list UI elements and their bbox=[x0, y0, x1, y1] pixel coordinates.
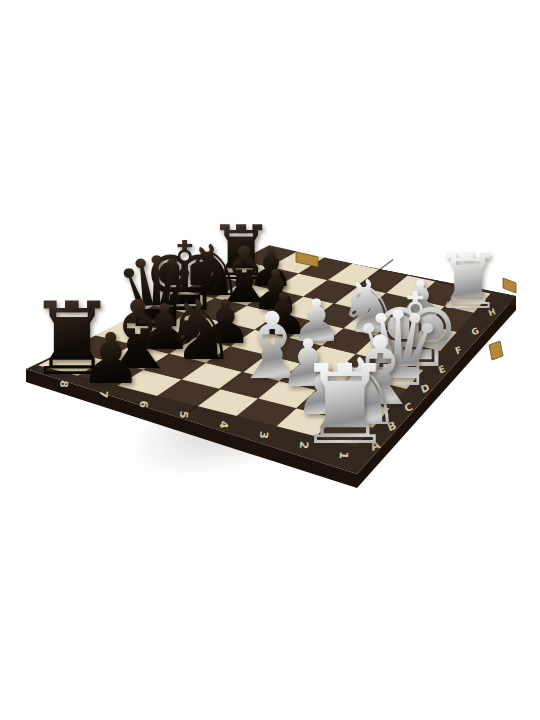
hinge-icon-right-corner bbox=[503, 278, 516, 293]
rank-label-7: 7 bbox=[98, 390, 111, 399]
chess-set-photo: 12345678ABCDEFGH ♜♟♞♝♜♟♚♟♛♞♟♟♟♟♞♚♝♜♝♟♛♟♝… bbox=[0, 0, 540, 720]
rank-label-3: 3 bbox=[257, 430, 271, 439]
rank-label-8: 8 bbox=[58, 380, 71, 389]
rank-label-5: 5 bbox=[177, 410, 191, 419]
rank-label-6: 6 bbox=[137, 400, 151, 409]
clasp-icon-right-side bbox=[489, 341, 503, 360]
chess-board: 12345678ABCDEFGH bbox=[0, 0, 540, 720]
rank-label-2: 2 bbox=[297, 440, 311, 449]
rank-label-1: 1 bbox=[336, 451, 351, 460]
